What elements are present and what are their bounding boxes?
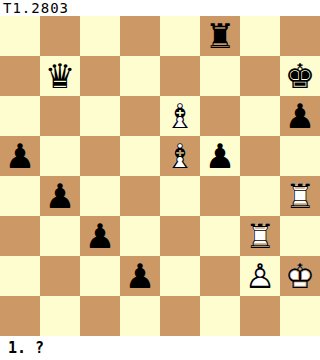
square-c4[interactable]: [80, 176, 120, 216]
black-pawn: ♟: [0, 136, 40, 176]
square-d1[interactable]: [120, 296, 160, 336]
black-pawn: ♟: [200, 136, 240, 176]
square-a2[interactable]: [0, 256, 40, 296]
black-king: ♚: [280, 56, 320, 96]
square-f2[interactable]: [200, 256, 240, 296]
square-g5[interactable]: [240, 136, 280, 176]
white-king: ♚♔: [280, 256, 320, 296]
square-a7[interactable]: [0, 56, 40, 96]
square-f8[interactable]: ♜: [200, 16, 240, 56]
white-bishop: ♝♗: [160, 96, 200, 136]
square-h5[interactable]: [280, 136, 320, 176]
square-e6[interactable]: ♝♗: [160, 96, 200, 136]
square-g8[interactable]: [240, 16, 280, 56]
square-g1[interactable]: [240, 296, 280, 336]
square-e8[interactable]: [160, 16, 200, 56]
square-h8[interactable]: [280, 16, 320, 56]
square-c2[interactable]: [80, 256, 120, 296]
square-f5[interactable]: ♟: [200, 136, 240, 176]
square-g7[interactable]: [240, 56, 280, 96]
square-f4[interactable]: [200, 176, 240, 216]
puzzle-title: T1.2803: [0, 0, 320, 16]
square-e3[interactable]: [160, 216, 200, 256]
white-bishop: ♝♗: [160, 136, 200, 176]
square-h2[interactable]: ♚♔: [280, 256, 320, 296]
square-f6[interactable]: [200, 96, 240, 136]
black-pawn: ♟: [280, 96, 320, 136]
white-bishop-outline: ♗: [160, 136, 200, 176]
chess-board: ♜♛♚♝♗♟♟♝♗♟♟♜♖♟♜♖♟♟♙♚♔: [0, 16, 320, 336]
black-pawn: ♟: [80, 216, 120, 256]
square-d3[interactable]: [120, 216, 160, 256]
square-c1[interactable]: [80, 296, 120, 336]
square-g6[interactable]: [240, 96, 280, 136]
square-f1[interactable]: [200, 296, 240, 336]
square-e7[interactable]: [160, 56, 200, 96]
move-prompt: 1. ?: [0, 336, 320, 360]
square-a5[interactable]: ♟: [0, 136, 40, 176]
square-b3[interactable]: [40, 216, 80, 256]
square-d8[interactable]: [120, 16, 160, 56]
square-e5[interactable]: ♝♗: [160, 136, 200, 176]
white-pawn-outline: ♙: [240, 256, 280, 296]
square-b7[interactable]: ♛: [40, 56, 80, 96]
white-king-outline: ♔: [280, 256, 320, 296]
white-rook: ♜♖: [280, 176, 320, 216]
square-d2[interactable]: ♟: [120, 256, 160, 296]
square-h6[interactable]: ♟: [280, 96, 320, 136]
white-rook: ♜♖: [240, 216, 280, 256]
black-pawn: ♟: [40, 176, 80, 216]
black-rook: ♜: [200, 16, 240, 56]
square-h7[interactable]: ♚: [280, 56, 320, 96]
square-a3[interactable]: [0, 216, 40, 256]
square-a8[interactable]: [0, 16, 40, 56]
black-pawn: ♟: [120, 256, 160, 296]
square-g3[interactable]: ♜♖: [240, 216, 280, 256]
square-a6[interactable]: [0, 96, 40, 136]
square-b1[interactable]: [40, 296, 80, 336]
square-d5[interactable]: [120, 136, 160, 176]
white-rook-outline: ♖: [280, 176, 320, 216]
white-rook-outline: ♖: [240, 216, 280, 256]
square-a1[interactable]: [0, 296, 40, 336]
square-c6[interactable]: [80, 96, 120, 136]
square-f7[interactable]: [200, 56, 240, 96]
square-b6[interactable]: [40, 96, 80, 136]
square-d6[interactable]: [120, 96, 160, 136]
square-h4[interactable]: ♜♖: [280, 176, 320, 216]
square-h3[interactable]: [280, 216, 320, 256]
square-d7[interactable]: [120, 56, 160, 96]
white-pawn: ♟♙: [240, 256, 280, 296]
square-e1[interactable]: [160, 296, 200, 336]
square-g2[interactable]: ♟♙: [240, 256, 280, 296]
square-d4[interactable]: [120, 176, 160, 216]
square-h1[interactable]: [280, 296, 320, 336]
square-c8[interactable]: [80, 16, 120, 56]
square-e4[interactable]: [160, 176, 200, 216]
square-g4[interactable]: [240, 176, 280, 216]
square-b2[interactable]: [40, 256, 80, 296]
square-b4[interactable]: ♟: [40, 176, 80, 216]
square-c7[interactable]: [80, 56, 120, 96]
square-b8[interactable]: [40, 16, 80, 56]
square-b5[interactable]: [40, 136, 80, 176]
black-queen: ♛: [40, 56, 80, 96]
square-f3[interactable]: [200, 216, 240, 256]
square-e2[interactable]: [160, 256, 200, 296]
white-bishop-outline: ♗: [160, 96, 200, 136]
square-c3[interactable]: ♟: [80, 216, 120, 256]
square-a4[interactable]: [0, 176, 40, 216]
square-c5[interactable]: [80, 136, 120, 176]
